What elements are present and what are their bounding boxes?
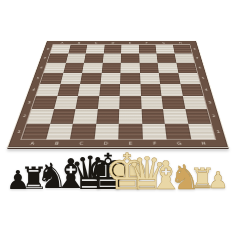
board-square bbox=[120, 73, 140, 84]
file-label-top: H bbox=[179, 42, 182, 44]
board-square bbox=[139, 63, 159, 73]
board-square bbox=[82, 63, 102, 73]
file-label-top: E bbox=[129, 42, 131, 44]
board-square bbox=[54, 96, 78, 109]
board-square bbox=[139, 53, 158, 62]
file-label-bottom: H bbox=[201, 141, 206, 145]
file-label-bottom: B bbox=[55, 141, 60, 145]
board-square bbox=[161, 96, 184, 109]
rank-label-right: 6 bbox=[198, 67, 201, 69]
rank-label-left: 4 bbox=[32, 88, 36, 91]
board-square bbox=[80, 73, 101, 84]
board-square bbox=[141, 109, 165, 123]
board-square bbox=[156, 53, 175, 62]
board-square bbox=[50, 109, 76, 123]
rank-label-right: 8 bbox=[193, 48, 196, 50]
rank-label-left: 7 bbox=[43, 57, 46, 59]
rank-label-left: 8 bbox=[46, 48, 49, 50]
board-square bbox=[141, 96, 163, 109]
file-label-top: C bbox=[95, 42, 98, 44]
board-square bbox=[100, 73, 120, 84]
rank-label-right: 7 bbox=[196, 57, 199, 59]
rank-label-left: 3 bbox=[27, 101, 31, 104]
board-square bbox=[75, 96, 98, 109]
rank-label-right: 2 bbox=[212, 114, 216, 117]
product-photo-stage: AABBCCDDEEFFGGHH8877665544332211 ♟♜♞♝♛♚♚… bbox=[0, 0, 235, 235]
file-label-top: B bbox=[78, 42, 81, 44]
board-square bbox=[188, 123, 215, 139]
board-square bbox=[185, 109, 211, 123]
board-square bbox=[97, 96, 119, 109]
file-label-bottom: F bbox=[153, 141, 156, 145]
rank-label-left: 6 bbox=[40, 67, 43, 69]
board-square bbox=[119, 96, 141, 109]
board-square bbox=[73, 109, 98, 123]
rank-label-right: 4 bbox=[204, 88, 208, 91]
file-label-bottom: G bbox=[177, 141, 182, 145]
board-square bbox=[66, 53, 86, 62]
rank-label-right: 3 bbox=[208, 101, 212, 104]
rank-label-left: 1 bbox=[17, 129, 22, 133]
board-square bbox=[57, 84, 80, 96]
board-square bbox=[172, 45, 191, 54]
board-square bbox=[121, 45, 139, 54]
board-square bbox=[63, 63, 84, 73]
board-square bbox=[78, 84, 100, 96]
board-square bbox=[99, 84, 120, 96]
board-square bbox=[174, 53, 194, 62]
board-square bbox=[96, 109, 119, 123]
board-square bbox=[140, 84, 161, 96]
rank-label-right: 5 bbox=[201, 77, 204, 79]
board-square bbox=[120, 84, 141, 96]
board-square bbox=[120, 63, 139, 73]
board-square bbox=[138, 45, 156, 54]
tray-piece-white-pawn: ♟ bbox=[208, 169, 229, 192]
rank-label-left: 2 bbox=[22, 114, 26, 117]
board-square bbox=[84, 53, 103, 62]
board-square bbox=[142, 123, 167, 139]
board-field bbox=[22, 45, 215, 140]
file-label-top: F bbox=[146, 42, 148, 44]
board-square bbox=[101, 63, 120, 73]
board-square bbox=[103, 45, 121, 54]
board-square bbox=[155, 45, 174, 54]
board-square bbox=[182, 96, 206, 109]
file-label-top: G bbox=[162, 42, 165, 44]
file-label-top: A bbox=[61, 42, 64, 44]
board-square bbox=[180, 84, 203, 96]
file-label-bottom: A bbox=[30, 141, 35, 145]
board-square bbox=[119, 109, 142, 123]
file-label-bottom: C bbox=[79, 141, 83, 145]
board-square bbox=[121, 53, 139, 62]
file-label-top: D bbox=[111, 42, 114, 44]
board-square bbox=[102, 53, 121, 62]
rank-label-left: 5 bbox=[36, 77, 40, 79]
board-square bbox=[158, 63, 178, 73]
board-square bbox=[140, 73, 160, 84]
board-square bbox=[94, 123, 119, 139]
board-square bbox=[160, 84, 182, 96]
board-square bbox=[118, 123, 142, 139]
board-square bbox=[159, 73, 180, 84]
piece-tray: ♟♜♞♝♛♚♚♛♝♞♜♟ bbox=[0, 148, 235, 200]
board-square bbox=[178, 73, 200, 84]
board-square bbox=[86, 45, 105, 54]
board-square bbox=[60, 73, 82, 84]
board-square bbox=[176, 63, 197, 73]
board-square bbox=[163, 109, 188, 123]
board-square bbox=[68, 45, 87, 54]
board-square bbox=[70, 123, 96, 139]
board-square bbox=[46, 123, 73, 139]
rank-label-right: 1 bbox=[216, 129, 220, 133]
chessboard: AABBCCDDEEFFGGHH8877665544332211 bbox=[8, 41, 228, 147]
board-square bbox=[165, 123, 191, 139]
